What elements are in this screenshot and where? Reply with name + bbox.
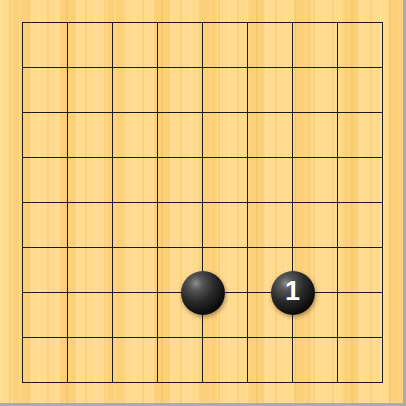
grid-hline [22,382,384,384]
grid-hline [22,337,384,339]
grid-vline [202,22,204,384]
black-stone [181,271,225,315]
grid-vline [382,22,384,384]
grid-hline [22,247,384,249]
black-stone-move-1: 1 [271,271,315,315]
grid-vline [247,22,249,384]
grid-vline [337,22,339,384]
grid-vline [292,22,294,384]
go-board: 1 [0,0,406,406]
move-number-label: 1 [285,278,300,305]
